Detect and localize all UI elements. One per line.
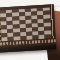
board-grid (0, 7, 51, 41)
photo-scene (0, 0, 60, 60)
chess-board (0, 4, 56, 53)
